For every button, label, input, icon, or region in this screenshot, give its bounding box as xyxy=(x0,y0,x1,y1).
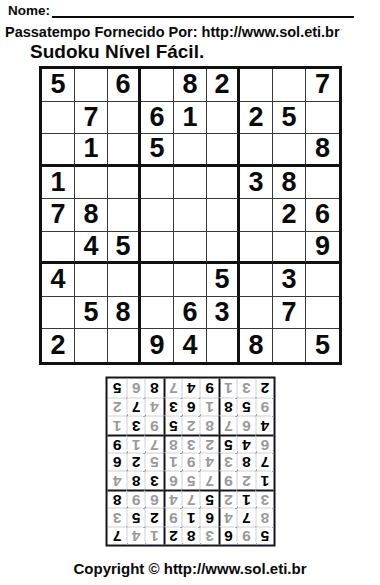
empty-cell-r3c6[interactable] xyxy=(207,134,240,167)
solution-digit-r7c3: 7 xyxy=(218,416,236,434)
empty-cell-r3c1[interactable] xyxy=(42,134,75,167)
solution-digit-r2c1: 8 xyxy=(255,508,273,526)
given-digit-r1c9: 7 xyxy=(306,69,339,102)
given-digit-r8c3: 8 xyxy=(108,297,141,330)
solution-digit-r4c2: 2 xyxy=(237,471,255,489)
solution-digit-r3c2: 1 xyxy=(237,489,255,507)
solution-digit-r6c8: 1 xyxy=(126,434,144,452)
solution-digit-r6c7: 7 xyxy=(145,434,163,452)
empty-cell-r6c5[interactable] xyxy=(174,232,207,265)
solution-digit-r9c3: 1 xyxy=(218,379,236,397)
solution-digit-r8c2: 5 xyxy=(237,397,255,415)
empty-cell-r9c6[interactable] xyxy=(207,329,240,362)
name-row: Nome: xyxy=(8,2,354,18)
empty-cell-r1c8[interactable] xyxy=(273,69,306,102)
given-digit-r3c9: 8 xyxy=(306,134,339,167)
empty-cell-r2c9[interactable] xyxy=(306,102,339,135)
solution-digit-r3c4: 5 xyxy=(200,489,218,507)
empty-cell-r5c6[interactable] xyxy=(207,199,240,232)
empty-cell-r6c1[interactable] xyxy=(42,232,75,265)
solution-digit-r3c3: 2 xyxy=(218,489,236,507)
solution-digit-r1c3: 6 xyxy=(218,526,236,544)
empty-cell-r7c3[interactable] xyxy=(108,264,141,297)
solution-digit-r1c4: 3 xyxy=(200,526,218,544)
solution-digit-r1c8: 4 xyxy=(126,526,144,544)
copyright-text: Copyright © http://www.sol.eti.br xyxy=(0,560,380,577)
solution-digit-r9c8: 6 xyxy=(126,379,144,397)
empty-cell-r2c1[interactable] xyxy=(42,102,75,135)
empty-cell-r3c5[interactable] xyxy=(174,134,207,167)
empty-cell-r4c4[interactable] xyxy=(141,167,174,200)
empty-cell-r3c7[interactable] xyxy=(240,134,273,167)
solution-digit-r4c7: 3 xyxy=(145,471,163,489)
empty-cell-r6c7[interactable] xyxy=(240,232,273,265)
solution-digit-r9c2: 3 xyxy=(237,379,255,397)
given-digit-r2c7: 2 xyxy=(240,102,273,135)
solution-digit-r9c7: 8 xyxy=(145,379,163,397)
given-digit-r7c6: 5 xyxy=(207,264,240,297)
given-digit-r1c5: 8 xyxy=(174,69,207,102)
solution-digit-r3c8: 9 xyxy=(126,489,144,507)
provided-by-text: Passatempo Fornecido Por: http://www.sol… xyxy=(5,24,340,40)
solution-digit-r6c3: 5 xyxy=(218,434,236,452)
solution-digit-r5c1: 7 xyxy=(255,453,273,471)
solution-digit-r7c9: 1 xyxy=(108,416,126,434)
empty-cell-r6c6[interactable] xyxy=(207,232,240,265)
solution-digit-r9c5: 4 xyxy=(182,379,200,397)
page-title: Sudoku Nível Fácil. xyxy=(30,41,204,63)
given-digit-r6c9: 9 xyxy=(306,232,339,265)
empty-cell-r6c8[interactable] xyxy=(273,232,306,265)
solution-digit-r4c3: 9 xyxy=(218,471,236,489)
solution-digit-r3c9: 8 xyxy=(108,489,126,507)
given-digit-r5c2: 8 xyxy=(75,199,108,232)
given-digit-r9c5: 4 xyxy=(174,329,207,362)
solution-digit-r6c6: 8 xyxy=(163,434,181,452)
solution-digit-r8c4: 1 xyxy=(200,397,218,415)
empty-cell-r5c5[interactable] xyxy=(174,199,207,232)
given-digit-r9c9: 5 xyxy=(306,329,339,362)
sudoku-solution-grid-rotated: 5963821478746192533125746981297563847834… xyxy=(106,377,276,547)
solution-digit-r4c1: 1 xyxy=(255,471,273,489)
empty-cell-r7c9[interactable] xyxy=(306,264,339,297)
given-digit-r1c3: 6 xyxy=(108,69,141,102)
solution-digit-r5c9: 6 xyxy=(108,453,126,471)
solution-digit-r2c7: 2 xyxy=(145,508,163,526)
empty-cell-r4c2[interactable] xyxy=(75,167,108,200)
given-digit-r9c4: 9 xyxy=(141,329,174,362)
solution-digit-r8c8: 7 xyxy=(126,397,144,415)
solution-digit-r1c7: 1 xyxy=(145,526,163,544)
solution-digit-r2c8: 5 xyxy=(126,508,144,526)
solution-digit-r2c9: 3 xyxy=(108,508,126,526)
solution-digit-r9c6: 7 xyxy=(163,379,181,397)
given-digit-r9c7: 8 xyxy=(240,329,273,362)
solution-digit-r6c4: 2 xyxy=(200,434,218,452)
empty-cell-r7c7[interactable] xyxy=(240,264,273,297)
solution-digit-r3c5: 7 xyxy=(182,489,200,507)
solution-digit-r4c5: 5 xyxy=(182,471,200,489)
solution-digit-r7c5: 2 xyxy=(182,416,200,434)
solution-digit-r7c4: 8 xyxy=(200,416,218,434)
given-digit-r5c9: 6 xyxy=(306,199,339,232)
solution-digit-r9c9: 5 xyxy=(108,379,126,397)
sudoku-puzzle-grid: 568277612515813878264594535863729485 xyxy=(39,66,342,365)
solution-digit-r8c6: 3 xyxy=(163,397,181,415)
solution-digit-r5c6: 1 xyxy=(163,453,181,471)
given-digit-r2c4: 6 xyxy=(141,102,174,135)
empty-cell-r8c9[interactable] xyxy=(306,297,339,330)
solution-digit-r5c2: 8 xyxy=(237,453,255,471)
empty-cell-r1c2[interactable] xyxy=(75,69,108,102)
solution-digit-r7c7: 9 xyxy=(145,416,163,434)
name-label: Nome: xyxy=(8,3,50,18)
solution-digit-r6c9: 9 xyxy=(108,434,126,452)
solution-digit-r4c6: 6 xyxy=(163,471,181,489)
given-digit-r8c5: 6 xyxy=(174,297,207,330)
solution-digit-r2c6: 9 xyxy=(163,508,181,526)
given-digit-r7c8: 3 xyxy=(273,264,306,297)
solution-digit-r4c8: 8 xyxy=(126,471,144,489)
given-digit-r1c6: 2 xyxy=(207,69,240,102)
solution-digit-r3c1: 3 xyxy=(255,489,273,507)
given-digit-r2c8: 5 xyxy=(273,102,306,135)
empty-cell-r9c3[interactable] xyxy=(108,329,141,362)
given-digit-r3c4: 5 xyxy=(141,134,174,167)
given-digit-r4c1: 1 xyxy=(42,167,75,200)
solution-digit-r9c4: 9 xyxy=(200,379,218,397)
given-digit-r7c1: 4 xyxy=(42,264,75,297)
solution-digit-r7c2: 6 xyxy=(237,416,255,434)
given-digit-r8c8: 7 xyxy=(273,297,306,330)
solution-digit-r4c4: 7 xyxy=(200,471,218,489)
empty-cell-r5c4[interactable] xyxy=(141,199,174,232)
solution-digit-r2c5: 1 xyxy=(182,508,200,526)
solution-digit-r7c6: 5 xyxy=(163,416,181,434)
solution-digit-r2c3: 4 xyxy=(218,508,236,526)
solution-digit-r5c5: 9 xyxy=(182,453,200,471)
empty-cell-r7c5[interactable] xyxy=(174,264,207,297)
solution-digit-r9c1: 2 xyxy=(255,379,273,397)
empty-cell-r4c5[interactable] xyxy=(174,167,207,200)
solution-digit-r1c2: 9 xyxy=(237,526,255,544)
given-digit-r6c3: 5 xyxy=(108,232,141,265)
solution-digit-r7c1: 4 xyxy=(255,416,273,434)
solution-digit-r2c4: 6 xyxy=(200,508,218,526)
sudoku-worksheet-page: Nome: Passatempo Fornecido Por: http://w… xyxy=(0,0,380,585)
given-digit-r8c2: 5 xyxy=(75,297,108,330)
empty-cell-r5c3[interactable] xyxy=(108,199,141,232)
given-digit-r2c2: 7 xyxy=(75,102,108,135)
given-digit-r1c1: 5 xyxy=(42,69,75,102)
empty-cell-r7c4[interactable] xyxy=(141,264,174,297)
solution-digit-r8c5: 6 xyxy=(182,397,200,415)
solution-digit-r3c6: 4 xyxy=(163,489,181,507)
solution-digit-r5c7: 5 xyxy=(145,453,163,471)
empty-cell-r9c2[interactable] xyxy=(75,329,108,362)
solution-digit-r8c1: 9 xyxy=(255,397,273,415)
solution-digit-r1c5: 8 xyxy=(182,526,200,544)
empty-cell-r9c8[interactable] xyxy=(273,329,306,362)
given-digit-r4c8: 8 xyxy=(273,167,306,200)
solution-digit-r7c8: 3 xyxy=(126,416,144,434)
given-digit-r2c5: 1 xyxy=(174,102,207,135)
given-digit-r6c2: 4 xyxy=(75,232,108,265)
empty-cell-r4c6[interactable] xyxy=(207,167,240,200)
empty-cell-r1c7[interactable] xyxy=(240,69,273,102)
given-digit-r4c7: 3 xyxy=(240,167,273,200)
solution-digit-r5c3: 3 xyxy=(218,453,236,471)
given-digit-r8c6: 3 xyxy=(207,297,240,330)
solution-digit-r6c5: 3 xyxy=(182,434,200,452)
solution-digit-r5c8: 2 xyxy=(126,453,144,471)
solution-digit-r2c2: 7 xyxy=(237,508,255,526)
empty-cell-r2c3[interactable] xyxy=(108,102,141,135)
solution-digit-r8c7: 4 xyxy=(145,397,163,415)
empty-cell-r8c4[interactable] xyxy=(141,297,174,330)
empty-cell-r5c7[interactable] xyxy=(240,199,273,232)
solution-digit-r6c1: 6 xyxy=(255,434,273,452)
solution-digit-r1c1: 5 xyxy=(255,526,273,544)
solution-digit-r1c6: 2 xyxy=(163,526,181,544)
empty-cell-r3c8[interactable] xyxy=(273,134,306,167)
empty-cell-r3c3[interactable] xyxy=(108,134,141,167)
empty-cell-r8c1[interactable] xyxy=(42,297,75,330)
empty-cell-r4c9[interactable] xyxy=(306,167,339,200)
solution-digit-r6c2: 4 xyxy=(237,434,255,452)
solution-digit-r3c7: 6 xyxy=(145,489,163,507)
solution-digit-r1c9: 7 xyxy=(108,526,126,544)
given-digit-r5c1: 7 xyxy=(42,199,75,232)
solution-digit-r8c3: 8 xyxy=(218,397,236,415)
empty-cell-r2c6[interactable] xyxy=(207,102,240,135)
empty-cell-r8c7[interactable] xyxy=(240,297,273,330)
given-digit-r3c2: 1 xyxy=(75,134,108,167)
solution-digit-r5c4: 4 xyxy=(200,453,218,471)
empty-cell-r1c4[interactable] xyxy=(141,69,174,102)
empty-cell-r4c3[interactable] xyxy=(108,167,141,200)
solution-digit-r8c9: 2 xyxy=(108,397,126,415)
given-digit-r5c8: 2 xyxy=(273,199,306,232)
name-input-line[interactable] xyxy=(52,2,354,18)
solution-digit-r4c9: 4 xyxy=(108,471,126,489)
empty-cell-r6c4[interactable] xyxy=(141,232,174,265)
empty-cell-r7c2[interactable] xyxy=(75,264,108,297)
given-digit-r9c1: 2 xyxy=(42,329,75,362)
